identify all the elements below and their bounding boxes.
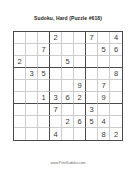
cell-r5c4 bbox=[50, 80, 62, 92]
cell-r2c6 bbox=[74, 44, 86, 56]
cell-r2c1 bbox=[14, 44, 26, 56]
cell-r1c4: 2 bbox=[50, 32, 62, 44]
cell-r3c1: 2 bbox=[14, 56, 26, 68]
cell-r2c7 bbox=[86, 44, 98, 56]
cell-r6c5: 6 bbox=[62, 92, 74, 104]
cell-r2c5 bbox=[62, 44, 74, 56]
cell-r6c4: 3 bbox=[50, 92, 62, 104]
cell-r1c8 bbox=[98, 32, 110, 44]
cell-r9c5 bbox=[62, 128, 74, 140]
cell-r6c2 bbox=[26, 92, 38, 104]
cell-r1c7: 7 bbox=[86, 32, 98, 44]
cell-r3c9 bbox=[110, 56, 122, 68]
cell-r2c2 bbox=[26, 44, 38, 56]
cell-r4c1 bbox=[14, 68, 26, 80]
cell-r4c5 bbox=[62, 68, 74, 80]
cell-r4c8 bbox=[98, 68, 110, 80]
cell-r7c8 bbox=[98, 104, 110, 116]
cell-r7c9 bbox=[110, 104, 122, 116]
cell-r9c7 bbox=[86, 128, 98, 140]
page-title: Sudoku, Hard (Puzzle #618) bbox=[0, 15, 136, 21]
cell-r5c9 bbox=[110, 80, 122, 92]
cell-r6c9 bbox=[110, 92, 122, 104]
cell-r9c1 bbox=[14, 128, 26, 140]
cell-r5c3 bbox=[38, 80, 50, 92]
cell-r8c4 bbox=[50, 116, 62, 128]
cell-r3c6 bbox=[74, 56, 86, 68]
cell-r8c3 bbox=[38, 116, 50, 128]
cell-r7c2 bbox=[26, 104, 38, 116]
cell-r8c7: 5 bbox=[86, 116, 98, 128]
cell-r4c3: 5 bbox=[38, 68, 50, 80]
cell-r5c7 bbox=[86, 80, 98, 92]
cell-r6c7 bbox=[86, 92, 98, 104]
cell-r9c9: 2 bbox=[110, 128, 122, 140]
cell-r7c7: 3 bbox=[86, 104, 98, 116]
cell-r7c1 bbox=[14, 104, 26, 116]
cell-r4c6 bbox=[74, 68, 86, 80]
cell-r1c9: 4 bbox=[110, 32, 122, 44]
cell-r9c2 bbox=[26, 128, 38, 140]
cell-r9c6 bbox=[74, 128, 86, 140]
cell-r2c8: 5 bbox=[98, 44, 110, 56]
cell-r1c3 bbox=[38, 32, 50, 44]
cell-r1c1 bbox=[14, 32, 26, 44]
cell-r6c8: 9 bbox=[98, 92, 110, 104]
cell-r6c6: 2 bbox=[74, 92, 86, 104]
cell-r3c8 bbox=[98, 56, 110, 68]
cell-r3c5: 5 bbox=[62, 56, 74, 68]
cell-r4c2: 3 bbox=[26, 68, 38, 80]
cell-r9c8: 8 bbox=[98, 128, 110, 140]
cell-r3c7 bbox=[86, 56, 98, 68]
cell-r3c2 bbox=[26, 56, 38, 68]
cell-r2c9: 6 bbox=[110, 44, 122, 56]
cell-r8c6: 6 bbox=[74, 116, 86, 128]
cell-r7c4: 7 bbox=[50, 104, 62, 116]
cell-r9c4: 4 bbox=[50, 128, 62, 140]
cell-r5c8: 7 bbox=[98, 80, 110, 92]
cell-r2c3: 7 bbox=[38, 44, 50, 56]
cell-r8c1 bbox=[14, 116, 26, 128]
sudoku-grid: 274756253589713629732654482 bbox=[13, 31, 123, 141]
cell-r6c1 bbox=[14, 92, 26, 104]
cell-r4c7 bbox=[86, 68, 98, 80]
cell-r5c2 bbox=[26, 80, 38, 92]
cell-r3c3 bbox=[38, 56, 50, 68]
cell-r5c5 bbox=[62, 80, 74, 92]
cell-r5c1 bbox=[14, 80, 26, 92]
cell-r8c2 bbox=[26, 116, 38, 128]
cell-r4c9: 8 bbox=[110, 68, 122, 80]
cell-r5c6: 9 bbox=[74, 80, 86, 92]
cell-r7c3 bbox=[38, 104, 50, 116]
cell-r8c5: 2 bbox=[62, 116, 74, 128]
sudoku-page: Sudoku, Hard (Puzzle #618) 2747562535897… bbox=[0, 0, 136, 176]
cell-r6c3: 1 bbox=[38, 92, 50, 104]
cell-r1c5 bbox=[62, 32, 74, 44]
footer-url: www.PrintSudoku.com bbox=[0, 161, 136, 165]
cell-r4c4 bbox=[50, 68, 62, 80]
cell-r1c2 bbox=[26, 32, 38, 44]
cell-r9c3 bbox=[38, 128, 50, 140]
cell-r7c5 bbox=[62, 104, 74, 116]
cell-r1c6 bbox=[74, 32, 86, 44]
cell-r8c9 bbox=[110, 116, 122, 128]
cell-r2c4 bbox=[50, 44, 62, 56]
cell-r7c6 bbox=[74, 104, 86, 116]
cell-r8c8: 4 bbox=[98, 116, 110, 128]
cell-r3c4 bbox=[50, 56, 62, 68]
